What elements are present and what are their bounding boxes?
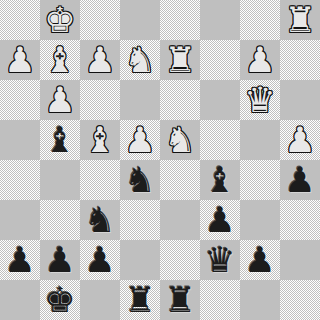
- white-queen-piece[interactable]: ♛: [240, 80, 280, 120]
- square-e4[interactable]: ♟: [120, 120, 160, 160]
- square-d4[interactable]: ♞: [160, 120, 200, 160]
- square-g5[interactable]: [40, 160, 80, 200]
- black-rook-piece[interactable]: ♜: [160, 280, 200, 320]
- square-c8[interactable]: [200, 280, 240, 320]
- square-b2[interactable]: ♟: [240, 40, 280, 80]
- square-a7[interactable]: [280, 240, 320, 280]
- white-bishop-piece[interactable]: ♝: [80, 120, 120, 160]
- black-pawn-piece[interactable]: ♟: [280, 160, 320, 200]
- white-knight-piece[interactable]: ♞: [120, 40, 160, 80]
- square-c4[interactable]: [200, 120, 240, 160]
- square-a4[interactable]: ♟: [280, 120, 320, 160]
- square-c6[interactable]: ♟: [200, 200, 240, 240]
- square-e6[interactable]: [120, 200, 160, 240]
- square-b8[interactable]: [240, 280, 280, 320]
- black-bishop-piece[interactable]: ♝: [40, 120, 80, 160]
- square-g6[interactable]: [40, 200, 80, 240]
- white-pawn-piece[interactable]: ♟: [280, 120, 320, 160]
- black-pawn-piece[interactable]: ♟: [80, 240, 120, 280]
- square-a2[interactable]: [280, 40, 320, 80]
- square-c2[interactable]: [200, 40, 240, 80]
- square-b5[interactable]: [240, 160, 280, 200]
- white-pawn-piece[interactable]: ♟: [120, 120, 160, 160]
- white-rook-piece[interactable]: ♜: [280, 0, 320, 40]
- square-h6[interactable]: [0, 200, 40, 240]
- black-knight-piece[interactable]: ♞: [80, 200, 120, 240]
- square-f7[interactable]: ♟: [80, 240, 120, 280]
- square-d8[interactable]: ♜: [160, 280, 200, 320]
- square-b6[interactable]: [240, 200, 280, 240]
- black-pawn-piece[interactable]: ♟: [40, 240, 80, 280]
- square-h7[interactable]: ♟: [0, 240, 40, 280]
- white-pawn-piece[interactable]: ♟: [240, 40, 280, 80]
- square-b1[interactable]: [240, 0, 280, 40]
- square-a1[interactable]: ♜: [280, 0, 320, 40]
- square-e1[interactable]: [120, 0, 160, 40]
- square-h8[interactable]: [0, 280, 40, 320]
- square-g7[interactable]: ♟: [40, 240, 80, 280]
- square-h2[interactable]: ♟: [0, 40, 40, 80]
- black-pawn-piece[interactable]: ♟: [200, 200, 240, 240]
- square-c1[interactable]: [200, 0, 240, 40]
- square-d3[interactable]: [160, 80, 200, 120]
- square-e5[interactable]: ♞: [120, 160, 160, 200]
- white-knight-piece[interactable]: ♞: [160, 120, 200, 160]
- square-e8[interactable]: ♜: [120, 280, 160, 320]
- square-h1[interactable]: [0, 0, 40, 40]
- white-pawn-piece[interactable]: ♟: [40, 80, 80, 120]
- square-f1[interactable]: [80, 0, 120, 40]
- square-a8[interactable]: [280, 280, 320, 320]
- square-h3[interactable]: [0, 80, 40, 120]
- square-e2[interactable]: ♞: [120, 40, 160, 80]
- square-g8[interactable]: ♚: [40, 280, 80, 320]
- square-c3[interactable]: [200, 80, 240, 120]
- square-f6[interactable]: ♞: [80, 200, 120, 240]
- square-f3[interactable]: [80, 80, 120, 120]
- square-d6[interactable]: [160, 200, 200, 240]
- white-pawn-piece[interactable]: ♟: [80, 40, 120, 80]
- black-queen-piece[interactable]: ♛: [200, 240, 240, 280]
- square-g4[interactable]: ♝: [40, 120, 80, 160]
- square-a5[interactable]: ♟: [280, 160, 320, 200]
- black-rook-piece[interactable]: ♜: [120, 280, 160, 320]
- square-c5[interactable]: ♝: [200, 160, 240, 200]
- square-h5[interactable]: [0, 160, 40, 200]
- square-c7[interactable]: ♛: [200, 240, 240, 280]
- square-a3[interactable]: [280, 80, 320, 120]
- black-pawn-piece[interactable]: ♟: [240, 240, 280, 280]
- square-f2[interactable]: ♟: [80, 40, 120, 80]
- black-knight-piece[interactable]: ♞: [120, 160, 160, 200]
- black-king-piece[interactable]: ♚: [40, 280, 80, 320]
- black-pawn-piece[interactable]: ♟: [0, 240, 40, 280]
- white-rook-piece[interactable]: ♜: [160, 40, 200, 80]
- square-d1[interactable]: [160, 0, 200, 40]
- square-b3[interactable]: ♛: [240, 80, 280, 120]
- square-g1[interactable]: ♚: [40, 0, 80, 40]
- black-bishop-piece[interactable]: ♝: [200, 160, 240, 200]
- square-b4[interactable]: [240, 120, 280, 160]
- square-g2[interactable]: ♝: [40, 40, 80, 80]
- square-e7[interactable]: [120, 240, 160, 280]
- chess-board: ♚♜♟♝♟♞♜♟♟♛♝♝♟♞♟♞♝♟♞♟♟♟♟♛♟♚♜♜: [0, 0, 320, 320]
- square-d7[interactable]: [160, 240, 200, 280]
- white-pawn-piece[interactable]: ♟: [0, 40, 40, 80]
- white-bishop-piece[interactable]: ♝: [40, 40, 80, 80]
- square-a6[interactable]: [280, 200, 320, 240]
- square-f4[interactable]: ♝: [80, 120, 120, 160]
- square-h4[interactable]: [0, 120, 40, 160]
- square-d5[interactable]: [160, 160, 200, 200]
- square-g3[interactable]: ♟: [40, 80, 80, 120]
- square-f5[interactable]: [80, 160, 120, 200]
- square-d2[interactable]: ♜: [160, 40, 200, 80]
- square-b7[interactable]: ♟: [240, 240, 280, 280]
- square-e3[interactable]: [120, 80, 160, 120]
- white-king-piece[interactable]: ♚: [40, 0, 80, 40]
- square-f8[interactable]: [80, 280, 120, 320]
